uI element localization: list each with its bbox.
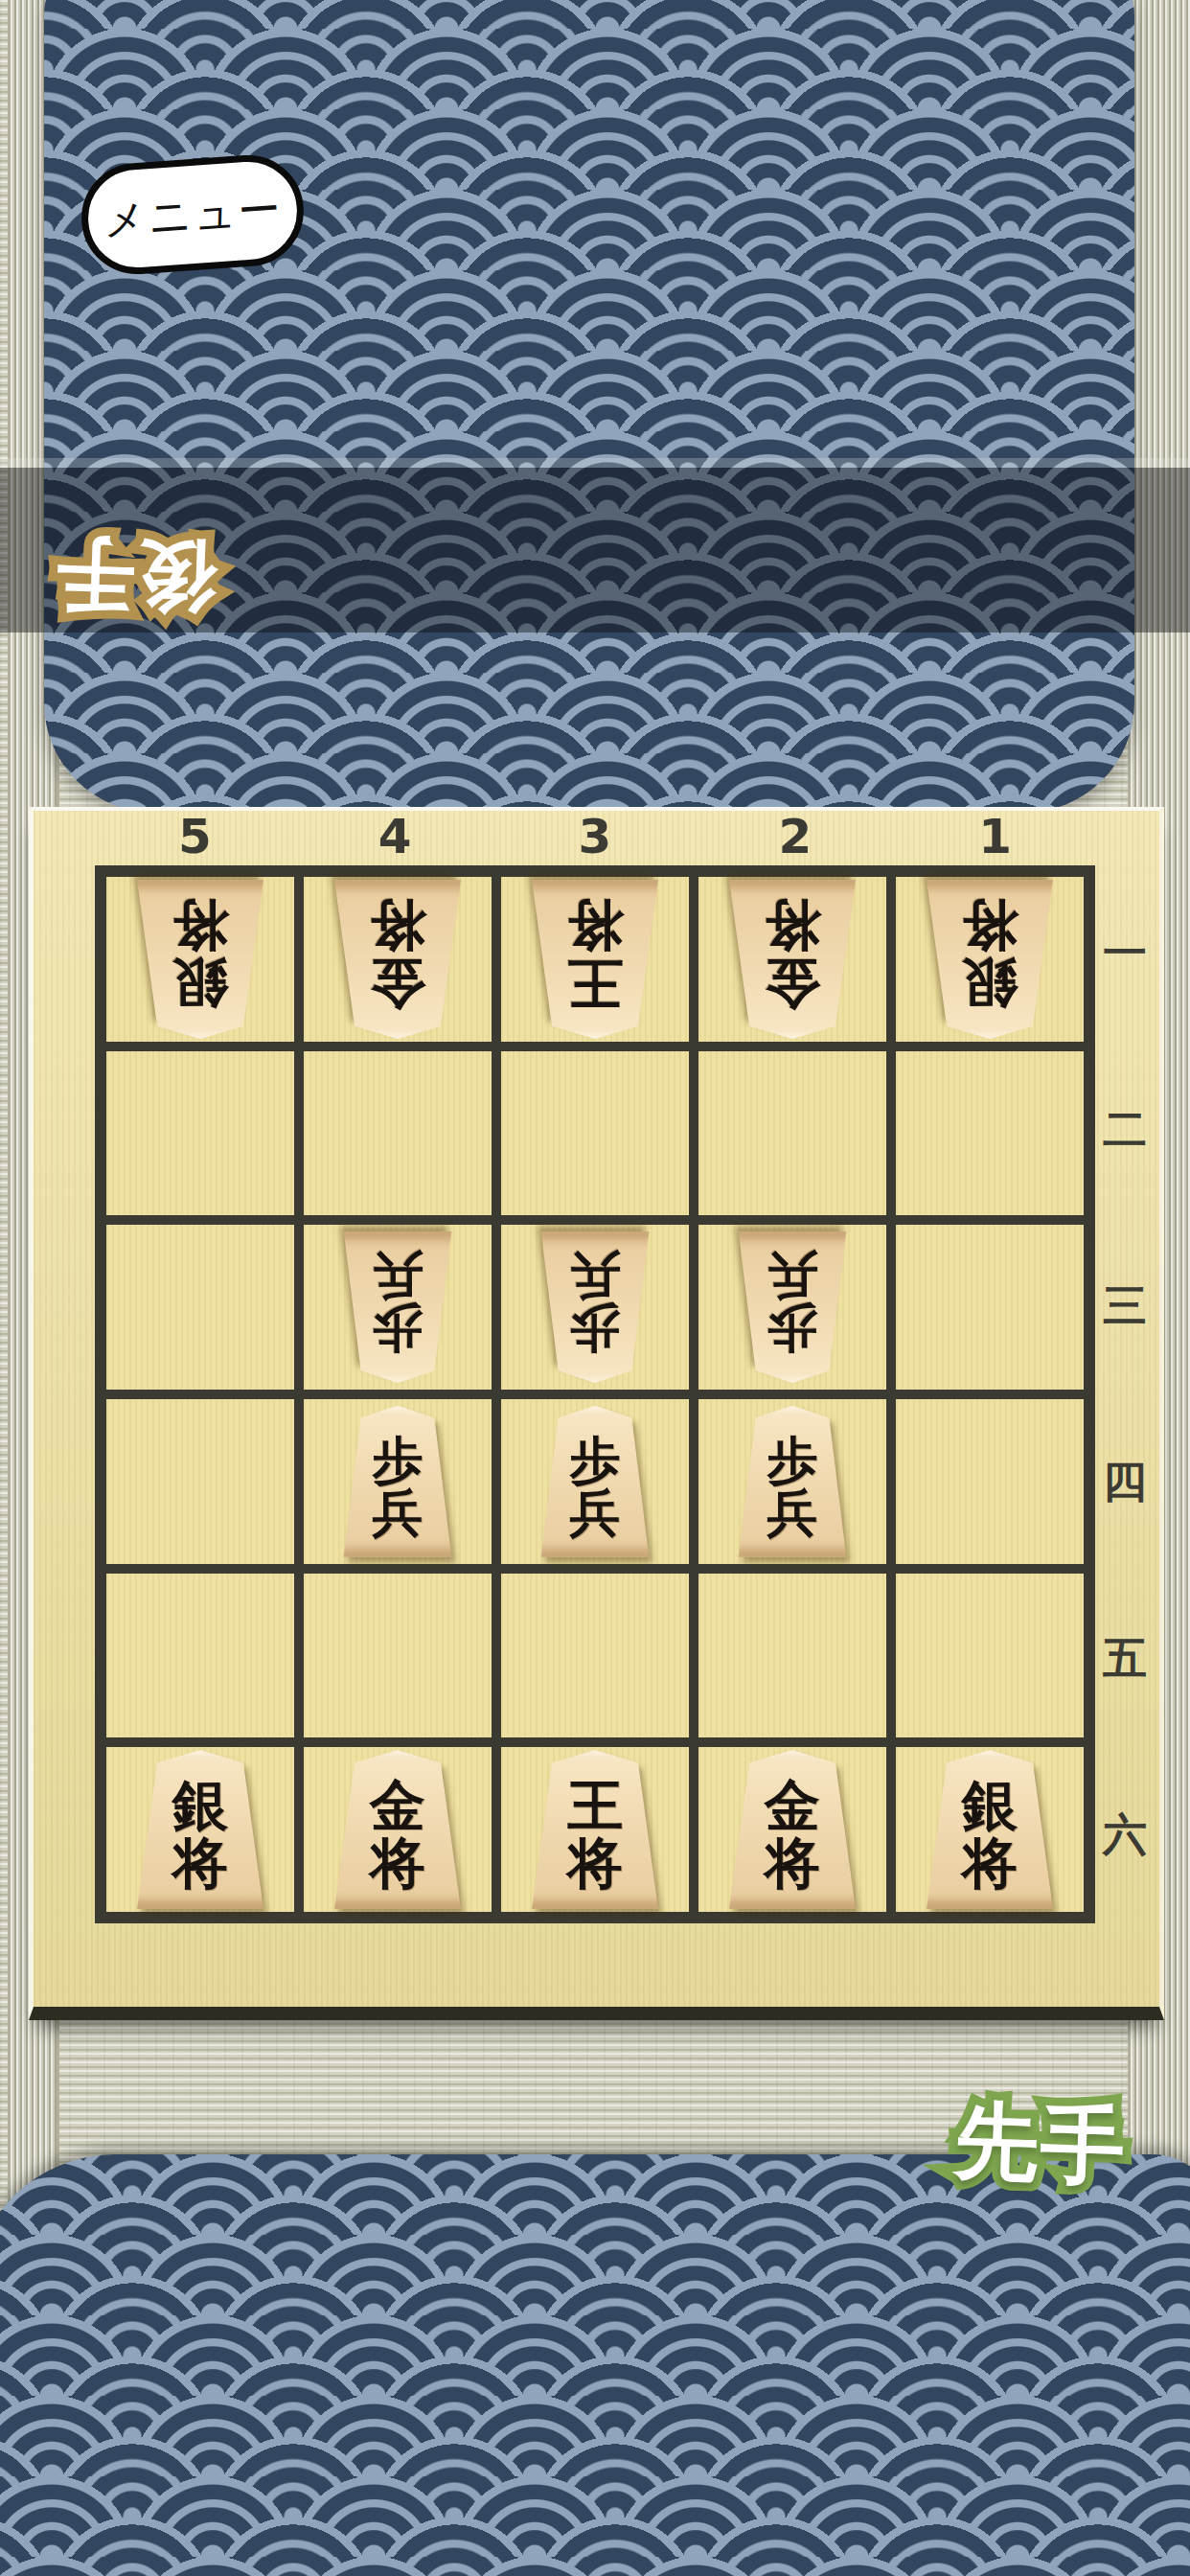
square-3-1[interactable]: 王将 [501, 877, 689, 1042]
square-1-2[interactable] [896, 1051, 1084, 1216]
square-2-6[interactable]: 金将 [698, 1747, 886, 1912]
piece-kanji: 将 [172, 1834, 228, 1892]
piece-silver-sente[interactable]: 銀将 [918, 1750, 1062, 1909]
piece-kanji: 将 [370, 897, 425, 954]
menu-button[interactable]: メニュー [78, 151, 308, 278]
piece-silver-gote[interactable]: 銀将 [918, 880, 1062, 1039]
square-1-6[interactable]: 銀将 [896, 1747, 1084, 1912]
square-2-4[interactable]: 歩兵 [698, 1399, 886, 1564]
piece-kanji: 銀 [172, 1777, 228, 1834]
square-3-4[interactable]: 歩兵 [501, 1399, 689, 1564]
square-5-6[interactable]: 銀将 [106, 1747, 294, 1912]
screen: メニュー 後手 54321 銀将金将王将金将銀将歩兵歩兵歩兵歩兵歩兵歩兵銀将金将… [0, 0, 1190, 2576]
square-5-3[interactable] [106, 1225, 294, 1390]
piece-kanji: 兵 [767, 1250, 818, 1302]
piece-kanji: 兵 [767, 1486, 818, 1539]
piece-gold-gote[interactable]: 金将 [721, 880, 864, 1039]
square-4-2[interactable] [304, 1051, 492, 1216]
square-5-2[interactable] [106, 1051, 294, 1216]
gote-cushion [44, 0, 1134, 813]
piece-pawn-gote[interactable]: 歩兵 [534, 1231, 656, 1383]
piece-kanji: 金 [370, 954, 425, 1012]
piece-kanji: 歩 [570, 1434, 621, 1486]
piece-pawn-gote[interactable]: 歩兵 [731, 1231, 854, 1383]
piece-kanji: 兵 [373, 1486, 423, 1539]
square-4-1[interactable]: 金将 [304, 877, 492, 1042]
file-labels: 54321 [95, 809, 1095, 864]
rank-labels: 一二三四五六 [1095, 865, 1155, 1923]
piece-kanji: 銀 [172, 954, 228, 1012]
sente-cushion [0, 2154, 1190, 2576]
piece-kanji: 将 [962, 1834, 1018, 1892]
piece-pawn-sente[interactable]: 歩兵 [731, 1406, 854, 1557]
square-1-5[interactable] [896, 1574, 1084, 1738]
piece-gold-sente[interactable]: 金将 [721, 1750, 864, 1909]
square-5-5[interactable] [106, 1574, 294, 1738]
piece-kanji: 将 [765, 1834, 820, 1892]
piece-kanji: 王 [567, 1777, 623, 1834]
piece-kanji: 歩 [767, 1434, 818, 1486]
square-4-5[interactable] [304, 1574, 492, 1738]
square-2-3[interactable]: 歩兵 [698, 1225, 886, 1390]
square-1-1[interactable]: 銀将 [896, 877, 1084, 1042]
rank-label-4: 四 [1095, 1394, 1155, 1571]
piece-kanji: 金 [765, 1777, 820, 1834]
gote-label: 後手 [50, 518, 218, 630]
square-4-3[interactable]: 歩兵 [304, 1225, 492, 1390]
square-2-1[interactable]: 金将 [698, 877, 886, 1042]
file-label-3: 3 [495, 809, 696, 864]
piece-kanji: 将 [765, 897, 820, 954]
square-2-2[interactable] [698, 1051, 886, 1216]
piece-pawn-gote[interactable]: 歩兵 [336, 1231, 459, 1383]
rank-label-6: 六 [1095, 1747, 1155, 1923]
piece-kanji: 兵 [373, 1250, 423, 1302]
piece-kanji: 歩 [767, 1302, 818, 1355]
file-label-1: 1 [895, 809, 1095, 864]
piece-kanji: 銀 [962, 954, 1018, 1012]
square-1-4[interactable] [896, 1399, 1084, 1564]
piece-kanji: 王 [567, 954, 623, 1012]
rank-label-5: 五 [1095, 1571, 1155, 1747]
piece-kanji: 兵 [570, 1250, 621, 1302]
rank-label-1: 一 [1095, 865, 1155, 1042]
shogi-board: 54321 銀将金将王将金将銀将歩兵歩兵歩兵歩兵歩兵歩兵銀将金将王将金将銀将 一… [29, 807, 1164, 2020]
piece-kanji: 将 [962, 897, 1018, 954]
square-5-4[interactable] [106, 1399, 294, 1564]
square-3-6[interactable]: 王将 [501, 1747, 689, 1912]
piece-silver-gote[interactable]: 銀将 [128, 880, 272, 1039]
board-grid: 銀将金将王将金将銀将歩兵歩兵歩兵歩兵歩兵歩兵銀将金将王将金将銀将 [95, 865, 1095, 1923]
rank-label-2: 二 [1095, 1042, 1155, 1218]
piece-kanji: 将 [172, 897, 228, 954]
piece-gold-sente[interactable]: 金将 [326, 1750, 469, 1909]
file-label-5: 5 [95, 809, 295, 864]
piece-kanji: 兵 [570, 1486, 621, 1539]
square-3-3[interactable]: 歩兵 [501, 1225, 689, 1390]
square-2-5[interactable] [698, 1574, 886, 1738]
piece-king-sente[interactable]: 王将 [523, 1750, 667, 1909]
piece-kanji: 将 [567, 897, 623, 954]
square-3-2[interactable] [501, 1051, 689, 1216]
file-label-2: 2 [695, 809, 895, 864]
piece-kanji: 銀 [962, 1777, 1018, 1834]
piece-pawn-sente[interactable]: 歩兵 [336, 1406, 459, 1557]
piece-kanji: 金 [370, 1777, 425, 1834]
piece-kanji: 将 [567, 1834, 623, 1892]
piece-gold-gote[interactable]: 金将 [326, 880, 469, 1039]
piece-kanji: 歩 [373, 1434, 423, 1486]
square-4-4[interactable]: 歩兵 [304, 1399, 492, 1564]
square-1-3[interactable] [896, 1225, 1084, 1390]
piece-kanji: 金 [765, 954, 820, 1012]
piece-pawn-sente[interactable]: 歩兵 [534, 1406, 656, 1557]
sente-label: 先手 [952, 2084, 1129, 2204]
piece-silver-sente[interactable]: 銀将 [128, 1750, 272, 1909]
square-4-6[interactable]: 金将 [304, 1747, 492, 1912]
square-5-1[interactable]: 銀将 [106, 877, 294, 1042]
rank-label-3: 三 [1095, 1218, 1155, 1394]
piece-kanji: 将 [370, 1834, 425, 1892]
piece-kanji: 歩 [373, 1302, 423, 1355]
square-3-5[interactable] [501, 1574, 689, 1738]
piece-king-gote[interactable]: 王将 [523, 880, 667, 1039]
file-label-4: 4 [295, 809, 495, 864]
piece-kanji: 歩 [570, 1302, 621, 1355]
